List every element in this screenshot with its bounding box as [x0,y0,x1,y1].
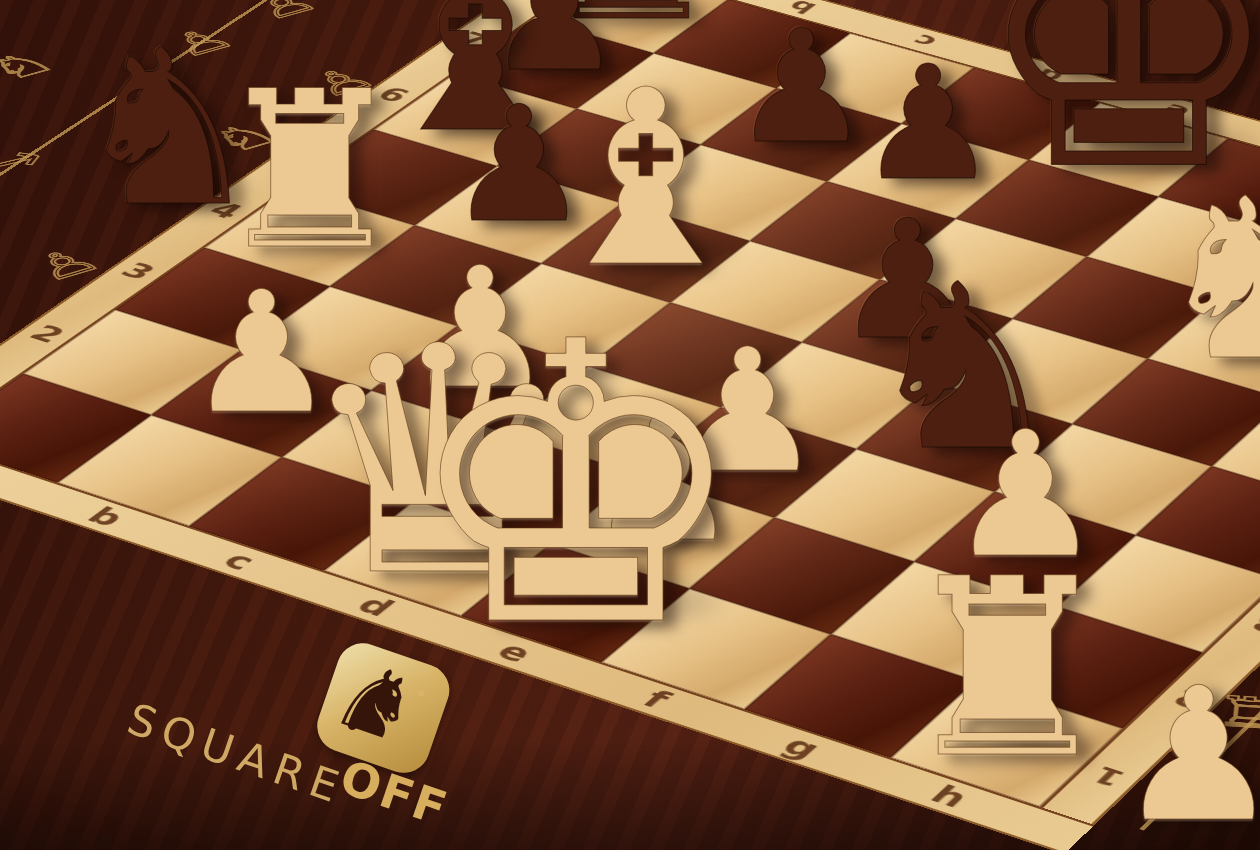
piece-white-king-e1[interactable]: ♚ [402,292,749,680]
frame-knight-outline-icon: ♘ [0,43,66,87]
captured-black-knight[interactable]: ♞ [71,21,264,236]
piece-white-knight-g6[interactable]: ♞ [1153,169,1260,391]
logo-text-square: SQUARE [121,693,352,814]
square-off-logo: ♞ SQUARE OFF [50,640,478,850]
knight-logo-icon: ♞ [321,641,432,764]
squareoff-board-photo: aabbccddeeffgghh1122334455667788♙♙♘♙↪♘♙♖… [0,0,1260,850]
captured-white-pawn[interactable]: ♟ [1116,663,1260,847]
piece-black-pawn-b5[interactable]: ♟ [447,86,590,246]
piece-white-rook-h1[interactable]: ♜ [897,547,1117,792]
piece-black-pawn-d7[interactable]: ♟ [858,44,999,202]
